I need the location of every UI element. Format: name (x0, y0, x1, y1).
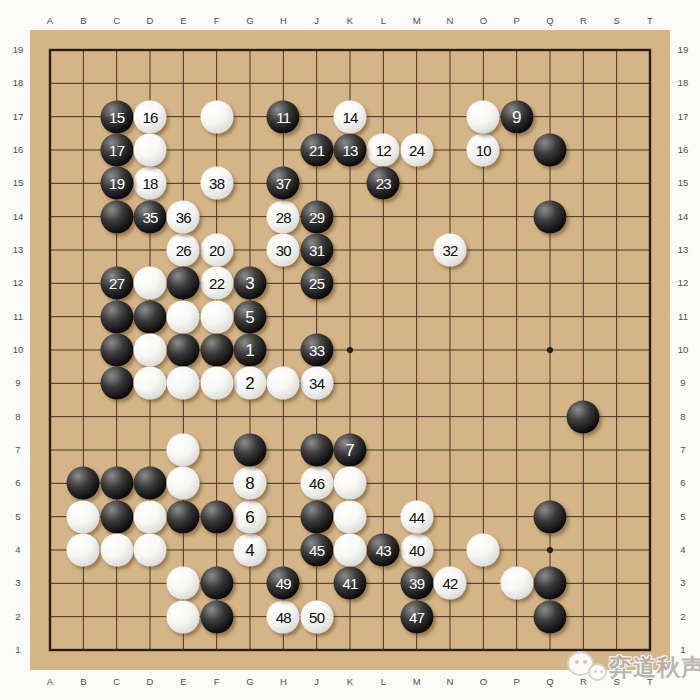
row-label-right-7: 7 (680, 445, 685, 455)
stone-white-D4 (134, 534, 167, 567)
col-label-top-O: O (480, 16, 487, 26)
stone-white-H9 (267, 367, 300, 400)
col-label-top-M: M (413, 16, 421, 26)
stone-black-Q16 (534, 134, 567, 167)
stone-black-C12: 27 (100, 267, 133, 300)
col-label-bottom-L: L (381, 677, 386, 687)
stone-white-H13: 30 (267, 234, 300, 267)
row-label-left-18: 18 (13, 79, 24, 89)
move-number: 10 (476, 143, 491, 158)
stone-black-K7: 7 (334, 434, 367, 467)
move-number: 41 (342, 576, 357, 591)
stone-black-L4: 43 (367, 534, 400, 567)
row-label-right-18: 18 (678, 79, 689, 89)
col-label-bottom-C: C (113, 677, 120, 687)
move-number: 43 (376, 543, 391, 558)
row-label-right-3: 3 (680, 579, 685, 589)
row-label-left-5: 5 (15, 512, 20, 522)
stone-white-M16: 24 (400, 134, 433, 167)
stone-black-J12: 25 (300, 267, 333, 300)
stone-black-D6 (134, 467, 167, 500)
stone-white-D10 (134, 334, 167, 367)
stone-white-G5: 6 (234, 500, 267, 533)
row-label-right-11: 11 (678, 312, 688, 322)
stone-white-H14: 28 (267, 200, 300, 233)
stone-white-O4 (467, 534, 500, 567)
row-label-left-3: 3 (15, 579, 20, 589)
col-label-bottom-O: O (480, 677, 487, 687)
stone-white-G4: 4 (234, 534, 267, 567)
row-label-right-5: 5 (680, 512, 685, 522)
row-label-left-13: 13 (13, 245, 24, 255)
move-number: 26 (176, 243, 191, 258)
stone-white-E7 (167, 434, 200, 467)
move-number: 11 (276, 109, 290, 124)
stone-black-C10 (100, 334, 133, 367)
col-label-bottom-B: B (80, 677, 86, 687)
move-number: 25 (309, 276, 324, 291)
move-number: 42 (442, 576, 457, 591)
stone-white-E3 (167, 567, 200, 600)
stone-black-G10: 1 (234, 334, 267, 367)
col-label-top-N: N (447, 16, 454, 26)
col-label-top-S: S (613, 16, 619, 26)
stone-white-N13: 32 (434, 234, 467, 267)
stone-white-J2: 50 (300, 600, 333, 633)
row-label-right-17: 17 (678, 112, 689, 122)
move-number: 45 (309, 543, 324, 558)
stone-white-M5: 44 (400, 500, 433, 533)
stone-white-D17: 16 (134, 100, 167, 133)
stone-black-Q14 (534, 200, 567, 233)
move-number: 20 (209, 243, 224, 258)
col-label-top-A: A (47, 16, 53, 26)
stone-black-M3: 39 (400, 567, 433, 600)
col-label-top-K: K (347, 16, 353, 26)
stone-black-J7 (300, 434, 333, 467)
row-label-left-12: 12 (13, 279, 24, 289)
move-number: 4 (245, 542, 254, 559)
move-number: 19 (109, 176, 124, 191)
go-diagram: AABBCCDDEEFFGGHHJJKKLLMMNNOOPPQQRRSSTT19… (0, 0, 700, 700)
stone-black-F10 (200, 334, 233, 367)
move-number: 49 (276, 576, 291, 591)
col-label-top-J: J (314, 16, 319, 26)
move-number: 40 (409, 543, 424, 558)
col-label-bottom-K: K (347, 677, 353, 687)
stone-white-D9 (134, 367, 167, 400)
stone-white-E11 (167, 300, 200, 333)
stone-white-L16: 12 (367, 134, 400, 167)
stone-black-E10 (167, 334, 200, 367)
row-label-right-19: 19 (678, 45, 689, 55)
stone-white-E6 (167, 467, 200, 500)
row-label-right-10: 10 (678, 345, 689, 355)
col-label-top-C: C (113, 16, 120, 26)
col-label-bottom-Q: Q (546, 677, 553, 687)
col-label-bottom-F: F (214, 677, 220, 687)
move-number: 7 (345, 442, 354, 459)
star-point-Q10 (547, 347, 553, 353)
move-number: 8 (245, 475, 254, 492)
stone-white-E14: 36 (167, 200, 200, 233)
row-label-right-12: 12 (678, 279, 689, 289)
move-number: 28 (276, 209, 291, 224)
stone-white-N3: 42 (434, 567, 467, 600)
stone-white-F11 (200, 300, 233, 333)
move-number: 21 (309, 143, 324, 158)
star-point-K10 (347, 347, 353, 353)
stone-black-G7 (234, 434, 267, 467)
col-label-top-G: G (246, 16, 253, 26)
move-number: 29 (309, 209, 324, 224)
stone-white-F13: 20 (200, 234, 233, 267)
col-label-bottom-N: N (447, 677, 454, 687)
stone-white-O17 (467, 100, 500, 133)
stone-white-F12: 22 (200, 267, 233, 300)
stone-black-C16: 17 (100, 134, 133, 167)
move-number: 16 (142, 109, 157, 124)
move-number: 38 (209, 176, 224, 191)
stone-black-P17: 9 (500, 100, 533, 133)
stone-black-Q3 (534, 567, 567, 600)
move-number: 33 (309, 343, 324, 358)
move-number: 35 (142, 209, 157, 224)
stone-white-E2 (167, 600, 200, 633)
stone-white-K17: 14 (334, 100, 367, 133)
row-label-left-8: 8 (15, 412, 20, 422)
row-label-left-11: 11 (13, 312, 23, 322)
stone-white-E9 (167, 367, 200, 400)
stone-black-C5 (100, 500, 133, 533)
stone-white-B4 (67, 534, 100, 567)
stone-white-J6: 46 (300, 467, 333, 500)
stone-black-J16: 21 (300, 134, 333, 167)
stone-black-K16: 13 (334, 134, 367, 167)
stone-black-B6 (67, 467, 100, 500)
col-label-bottom-H: H (280, 677, 287, 687)
col-label-bottom-J: J (314, 677, 319, 687)
col-label-bottom-P: P (513, 677, 519, 687)
stone-white-M4: 40 (400, 534, 433, 567)
col-label-top-P: P (513, 16, 519, 26)
col-label-top-T: T (647, 16, 653, 26)
stone-black-E5 (167, 500, 200, 533)
stone-black-H15: 37 (267, 167, 300, 200)
move-number: 30 (276, 243, 291, 258)
row-label-left-9: 9 (15, 379, 20, 389)
move-number: 32 (442, 243, 457, 258)
stone-black-F3 (200, 567, 233, 600)
col-label-bottom-G: G (246, 677, 253, 687)
star-point-Q4 (547, 547, 553, 553)
stone-white-P3 (500, 567, 533, 600)
col-label-top-E: E (180, 16, 186, 26)
stone-white-K6 (334, 467, 367, 500)
stone-black-K3: 41 (334, 567, 367, 600)
stone-white-D5 (134, 500, 167, 533)
stone-black-Q2 (534, 600, 567, 633)
stone-white-F17 (200, 100, 233, 133)
row-label-left-1: 1 (15, 645, 20, 655)
col-label-top-H: H (280, 16, 287, 26)
stone-black-J14: 29 (300, 200, 333, 233)
stone-black-J5 (300, 500, 333, 533)
col-label-top-R: R (580, 16, 587, 26)
move-number: 18 (142, 176, 157, 191)
move-number: 1 (245, 342, 254, 359)
row-label-right-2: 2 (680, 612, 685, 622)
move-number: 6 (245, 508, 254, 525)
row-label-left-7: 7 (15, 445, 20, 455)
row-label-left-14: 14 (13, 212, 24, 222)
stone-black-C14 (100, 200, 133, 233)
move-number: 9 (512, 108, 521, 125)
row-label-right-16: 16 (678, 145, 689, 155)
move-number: 17 (109, 143, 124, 158)
col-label-bottom-D: D (147, 677, 154, 687)
move-number: 22 (209, 276, 224, 291)
col-label-top-D: D (147, 16, 154, 26)
col-label-top-Q: Q (546, 16, 553, 26)
stone-black-J4: 45 (300, 534, 333, 567)
watermark: 弈道秋声 (562, 644, 700, 696)
wechat-bubble-small (588, 663, 607, 681)
move-number: 24 (409, 143, 424, 158)
stone-black-E12 (167, 267, 200, 300)
move-number: 48 (276, 609, 291, 624)
row-label-left-6: 6 (15, 479, 20, 489)
stone-black-F2 (200, 600, 233, 633)
move-number: 3 (245, 275, 254, 292)
row-label-right-8: 8 (680, 412, 685, 422)
row-label-left-4: 4 (15, 545, 20, 555)
move-number: 5 (245, 308, 254, 325)
stone-black-R8 (567, 400, 600, 433)
row-label-left-10: 10 (13, 345, 24, 355)
stone-white-C4 (100, 534, 133, 567)
col-label-bottom-M: M (413, 677, 421, 687)
move-number: 15 (109, 109, 124, 124)
col-label-top-L: L (381, 16, 386, 26)
move-number: 44 (409, 509, 424, 524)
row-label-left-2: 2 (15, 612, 20, 622)
row-label-right-13: 13 (678, 245, 689, 255)
move-number: 34 (309, 376, 324, 391)
stone-black-D14: 35 (134, 200, 167, 233)
row-label-left-17: 17 (13, 112, 24, 122)
stone-white-K4 (334, 534, 367, 567)
col-label-top-B: B (80, 16, 86, 26)
stone-black-Q5 (534, 500, 567, 533)
row-label-right-14: 14 (678, 212, 689, 222)
stone-white-G9: 2 (234, 367, 267, 400)
col-label-bottom-E: E (180, 677, 186, 687)
stone-black-J13: 31 (300, 234, 333, 267)
stone-white-D15: 18 (134, 167, 167, 200)
move-number: 46 (309, 476, 324, 491)
stone-white-J9: 34 (300, 367, 333, 400)
row-label-right-9: 9 (680, 379, 685, 389)
stone-black-C17: 15 (100, 100, 133, 133)
stone-black-H3: 49 (267, 567, 300, 600)
stone-white-D16 (134, 134, 167, 167)
row-label-left-15: 15 (13, 179, 24, 189)
stone-white-E13: 26 (167, 234, 200, 267)
col-label-top-F: F (214, 16, 220, 26)
stone-black-D11 (134, 300, 167, 333)
row-label-right-15: 15 (678, 179, 689, 189)
move-number: 13 (342, 143, 357, 158)
stone-white-G6: 8 (234, 467, 267, 500)
stone-black-F5 (200, 500, 233, 533)
stone-black-J10: 33 (300, 334, 333, 367)
move-number: 50 (309, 609, 324, 624)
move-number: 14 (342, 109, 357, 124)
move-number: 37 (276, 176, 291, 191)
stone-black-C6 (100, 467, 133, 500)
move-number: 31 (309, 243, 324, 258)
col-label-bottom-A: A (47, 677, 53, 687)
stone-black-C15: 19 (100, 167, 133, 200)
stone-white-F9 (200, 367, 233, 400)
row-label-right-4: 4 (680, 545, 685, 555)
stone-white-H2: 48 (267, 600, 300, 633)
stone-black-M2: 47 (400, 600, 433, 633)
row-label-left-16: 16 (13, 145, 24, 155)
move-number: 12 (376, 143, 391, 158)
stone-black-C11 (100, 300, 133, 333)
move-number: 27 (109, 276, 124, 291)
stone-white-O16: 10 (467, 134, 500, 167)
stone-white-F15: 38 (200, 167, 233, 200)
row-label-left-19: 19 (13, 45, 24, 55)
stone-white-K5 (334, 500, 367, 533)
move-number: 47 (409, 609, 424, 624)
stone-black-L15: 23 (367, 167, 400, 200)
move-number: 23 (376, 176, 391, 191)
stone-black-H17: 11 (267, 100, 300, 133)
row-label-right-6: 6 (680, 479, 685, 489)
stone-white-D12 (134, 267, 167, 300)
stone-white-B5 (67, 500, 100, 533)
watermark-text: 弈道秋声 (609, 652, 700, 683)
stone-black-C9 (100, 367, 133, 400)
stone-black-G12: 3 (234, 267, 267, 300)
move-number: 39 (409, 576, 424, 591)
stone-black-G11: 5 (234, 300, 267, 333)
move-number: 36 (176, 209, 191, 224)
move-number: 2 (245, 375, 254, 392)
